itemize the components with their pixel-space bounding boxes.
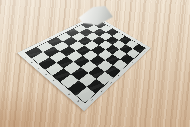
board-grid <box>25 18 146 104</box>
chessboard: abcdefgh abcdefgh 87654321 87654321 <box>17 15 151 111</box>
wood-table: abcdefgh abcdefgh 87654321 87654321 <box>0 0 190 127</box>
